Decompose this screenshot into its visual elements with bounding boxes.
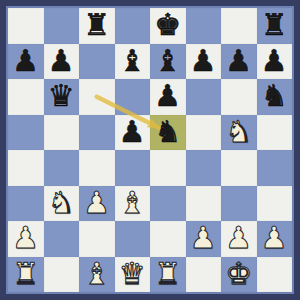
square-c5[interactable]: [79, 115, 115, 151]
square-h1[interactable]: [257, 257, 293, 293]
square-g2[interactable]: ♟: [221, 221, 257, 257]
square-d7[interactable]: ♝: [115, 44, 151, 80]
square-h3[interactable]: [257, 186, 293, 222]
square-g3[interactable]: [221, 186, 257, 222]
square-a2[interactable]: ♟: [8, 221, 44, 257]
square-f1[interactable]: [186, 257, 222, 293]
square-a1[interactable]: ♜: [8, 257, 44, 293]
square-d4[interactable]: [115, 150, 151, 186]
square-g6[interactable]: [221, 79, 257, 115]
square-c2[interactable]: [79, 221, 115, 257]
square-e8[interactable]: ♚: [150, 8, 186, 44]
piece-black-pawn[interactable]: ♟: [12, 44, 39, 78]
square-b4[interactable]: [44, 150, 80, 186]
square-h8[interactable]: ♜: [257, 8, 293, 44]
piece-white-rook[interactable]: ♜: [12, 257, 39, 291]
piece-white-queen[interactable]: ♛: [119, 257, 146, 291]
square-a6[interactable]: [8, 79, 44, 115]
piece-white-pawn[interactable]: ♟: [261, 221, 288, 255]
board-frame: ♜♚♜♟♟♝♝♟♟♟♛♟♞♟♞♞♞♟♝♟♟♟♟♜♝♛♜♚: [0, 0, 300, 300]
square-b5[interactable]: [44, 115, 80, 151]
piece-white-pawn[interactable]: ♟: [12, 221, 39, 255]
piece-black-bishop[interactable]: ♝: [154, 44, 181, 78]
square-c7[interactable]: [79, 44, 115, 80]
square-f5[interactable]: [186, 115, 222, 151]
piece-black-king[interactable]: ♚: [154, 8, 181, 42]
square-b3[interactable]: ♞: [44, 186, 80, 222]
square-e2[interactable]: [150, 221, 186, 257]
square-h5[interactable]: [257, 115, 293, 151]
square-a4[interactable]: [8, 150, 44, 186]
square-a8[interactable]: [8, 8, 44, 44]
piece-black-rook[interactable]: ♜: [261, 8, 288, 42]
square-f8[interactable]: [186, 8, 222, 44]
square-h2[interactable]: ♟: [257, 221, 293, 257]
square-e5[interactable]: ♞: [150, 115, 186, 151]
square-b6[interactable]: ♛: [44, 79, 80, 115]
square-d2[interactable]: [115, 221, 151, 257]
square-g5[interactable]: ♞: [221, 115, 257, 151]
piece-white-pawn[interactable]: ♟: [225, 221, 252, 255]
chess-board: ♜♚♜♟♟♝♝♟♟♟♛♟♞♟♞♞♞♟♝♟♟♟♟♜♝♛♜♚: [8, 8, 292, 292]
piece-white-pawn[interactable]: ♟: [190, 221, 217, 255]
square-g4[interactable]: [221, 150, 257, 186]
piece-white-pawn[interactable]: ♟: [83, 186, 110, 220]
piece-black-pawn[interactable]: ♟: [48, 44, 75, 78]
piece-white-knight[interactable]: ♞: [48, 186, 75, 220]
piece-white-bishop[interactable]: ♝: [83, 257, 110, 291]
piece-white-rook[interactable]: ♜: [154, 257, 181, 291]
square-b8[interactable]: [44, 8, 80, 44]
piece-black-pawn[interactable]: ♟: [154, 79, 181, 113]
square-d5[interactable]: ♟: [115, 115, 151, 151]
piece-white-bishop[interactable]: ♝: [119, 186, 146, 220]
square-d1[interactable]: ♛: [115, 257, 151, 293]
square-c4[interactable]: [79, 150, 115, 186]
square-g8[interactable]: [221, 8, 257, 44]
square-b1[interactable]: [44, 257, 80, 293]
square-e4[interactable]: [150, 150, 186, 186]
square-d8[interactable]: [115, 8, 151, 44]
square-f4[interactable]: [186, 150, 222, 186]
square-f2[interactable]: ♟: [186, 221, 222, 257]
square-b7[interactable]: ♟: [44, 44, 80, 80]
square-c1[interactable]: ♝: [79, 257, 115, 293]
square-a5[interactable]: [8, 115, 44, 151]
square-d3[interactable]: ♝: [115, 186, 151, 222]
square-c3[interactable]: ♟: [79, 186, 115, 222]
piece-white-king[interactable]: ♚: [225, 257, 252, 291]
square-a7[interactable]: ♟: [8, 44, 44, 80]
piece-black-knight[interactable]: ♞: [261, 79, 288, 113]
square-a3[interactable]: [8, 186, 44, 222]
square-f6[interactable]: [186, 79, 222, 115]
piece-black-queen[interactable]: ♛: [48, 79, 75, 113]
square-e1[interactable]: ♜: [150, 257, 186, 293]
square-c8[interactable]: ♜: [79, 8, 115, 44]
piece-black-rook[interactable]: ♜: [83, 8, 110, 42]
piece-black-knight[interactable]: ♞: [154, 115, 181, 149]
square-b2[interactable]: [44, 221, 80, 257]
square-g7[interactable]: ♟: [221, 44, 257, 80]
square-h6[interactable]: ♞: [257, 79, 293, 115]
piece-black-pawn[interactable]: ♟: [190, 44, 217, 78]
square-f3[interactable]: [186, 186, 222, 222]
piece-black-pawn[interactable]: ♟: [119, 115, 146, 149]
square-e7[interactable]: ♝: [150, 44, 186, 80]
square-f7[interactable]: ♟: [186, 44, 222, 80]
square-e3[interactable]: [150, 186, 186, 222]
piece-black-bishop[interactable]: ♝: [119, 44, 146, 78]
piece-black-pawn[interactable]: ♟: [225, 44, 252, 78]
piece-white-knight[interactable]: ♞: [225, 115, 252, 149]
square-e6[interactable]: ♟: [150, 79, 186, 115]
square-h7[interactable]: ♟: [257, 44, 293, 80]
square-c6[interactable]: [79, 79, 115, 115]
piece-black-pawn[interactable]: ♟: [261, 44, 288, 78]
square-d6[interactable]: [115, 79, 151, 115]
square-h4[interactable]: [257, 150, 293, 186]
square-g1[interactable]: ♚: [221, 257, 257, 293]
